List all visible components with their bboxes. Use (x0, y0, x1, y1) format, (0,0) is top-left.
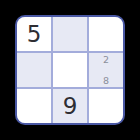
cell-r1c1[interactable]: 5 (17, 17, 51, 51)
note-slot-1 (90, 54, 101, 65)
cell-r3c3[interactable] (89, 89, 123, 123)
pencil-notes: 28 (90, 54, 122, 86)
cell-value: 5 (27, 23, 42, 46)
cell-r1c2[interactable] (53, 17, 87, 51)
cell-value: 9 (63, 95, 78, 118)
sudoku-board: 5289 (15, 15, 125, 125)
screen-background: 5289 (0, 0, 140, 140)
cell-r3c1[interactable] (17, 89, 51, 123)
cell-r1c3[interactable] (89, 17, 123, 51)
note-slot-9 (111, 75, 122, 86)
note-slot-3 (111, 54, 122, 65)
cell-r2c1[interactable] (17, 53, 51, 87)
note-slot-8: 8 (101, 75, 112, 86)
note-slot-6 (111, 65, 122, 76)
note-slot-7 (90, 75, 101, 86)
cell-r2c3[interactable]: 28 (89, 53, 123, 87)
cell-r2c2[interactable] (53, 53, 87, 87)
cell-r3c2[interactable]: 9 (53, 89, 87, 123)
note-slot-5 (101, 65, 112, 76)
note-slot-4 (90, 65, 101, 76)
note-slot-2: 2 (101, 54, 112, 65)
